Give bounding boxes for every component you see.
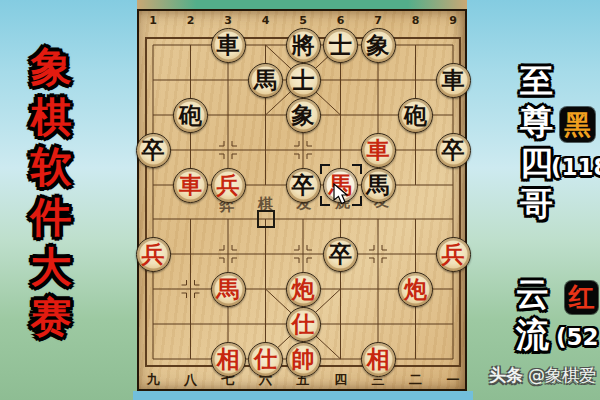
piece-仕-red[interactable]: 仕 xyxy=(286,307,321,342)
file-label-bottom: 八 xyxy=(184,371,197,389)
file-label-top: 7 xyxy=(374,14,382,27)
piece-士-black[interactable]: 士 xyxy=(286,63,321,98)
piece-炮-red[interactable]: 炮 xyxy=(398,272,433,307)
red-player-name: 云流 xyxy=(514,273,551,355)
xiangqi-board[interactable]: 123456789 九八七六五四三二一 弈棋发烧友 車將士象馬士車砲象砲卒車卒車… xyxy=(137,9,467,391)
stage: 象棋软件大赛 123456789 九八七六五四三二一 弈棋发烧友 車將士象馬士車… xyxy=(0,0,600,400)
piece-馬-red[interactable]: 馬 xyxy=(211,272,246,307)
piece-炮-red[interactable]: 炮 xyxy=(286,272,321,307)
piece-卒-black[interactable]: 卒 xyxy=(136,133,171,168)
piece-將-black[interactable]: 將 xyxy=(286,28,321,63)
piece-兵-red[interactable]: 兵 xyxy=(436,237,471,272)
watermark-brand: 头条 xyxy=(489,365,523,385)
piece-士-black[interactable]: 士 xyxy=(323,28,358,63)
piece-馬-black[interactable]: 馬 xyxy=(248,63,283,98)
piece-卒-black[interactable]: 卒 xyxy=(436,133,471,168)
piece-相-red[interactable]: 相 xyxy=(211,342,246,377)
piece-兵-red[interactable]: 兵 xyxy=(211,168,246,203)
piece-車-red[interactable]: 車 xyxy=(361,133,396,168)
mouse-cursor xyxy=(333,183,349,205)
piece-馬-black[interactable]: 馬 xyxy=(361,168,396,203)
file-label-bottom: 二 xyxy=(409,371,422,389)
piece-仕-red[interactable]: 仕 xyxy=(248,342,283,377)
file-label-top: 5 xyxy=(299,14,307,27)
piece-帥-red[interactable]: 帥 xyxy=(286,342,321,377)
piece-卒-black[interactable]: 卒 xyxy=(286,168,321,203)
piece-砲-black[interactable]: 砲 xyxy=(398,98,433,133)
black-player-rating: (118 xyxy=(551,154,600,180)
top-edge-strip xyxy=(137,0,467,9)
piece-象-black[interactable]: 象 xyxy=(361,28,396,63)
piece-卒-black[interactable]: 卒 xyxy=(323,237,358,272)
file-label-top: 4 xyxy=(262,14,270,27)
piece-兵-red[interactable]: 兵 xyxy=(136,237,171,272)
piece-車-black[interactable]: 車 xyxy=(211,28,246,63)
file-label-bottom: 一 xyxy=(447,371,460,389)
file-label-top: 3 xyxy=(224,14,232,27)
red-player-rating: (52 xyxy=(556,324,599,350)
left-banner-title: 象棋软件大赛 xyxy=(22,42,80,342)
file-label-top: 9 xyxy=(449,14,457,27)
last-move-from-marker xyxy=(257,210,275,228)
file-label-top: 2 xyxy=(187,14,195,27)
file-label-bottom: 四 xyxy=(334,371,347,389)
piece-象-black[interactable]: 象 xyxy=(286,98,321,133)
piece-車-red[interactable]: 車 xyxy=(173,168,208,203)
file-label-top: 1 xyxy=(149,14,157,27)
file-label-top: 6 xyxy=(337,14,345,27)
black-player-name: 至尊四哥 xyxy=(518,60,555,224)
piece-砲-black[interactable]: 砲 xyxy=(173,98,208,133)
red-side-badge: 红 xyxy=(565,281,598,314)
toutiao-watermark: 头条@象棋爱 xyxy=(489,364,596,387)
watermark-handle: @象棋爱 xyxy=(528,365,596,385)
file-label-bottom: 九 xyxy=(147,371,160,389)
file-label-top: 8 xyxy=(412,14,420,27)
black-side-badge: 黑 xyxy=(560,107,595,142)
piece-相-red[interactable]: 相 xyxy=(361,342,396,377)
piece-車-black[interactable]: 車 xyxy=(436,63,471,98)
